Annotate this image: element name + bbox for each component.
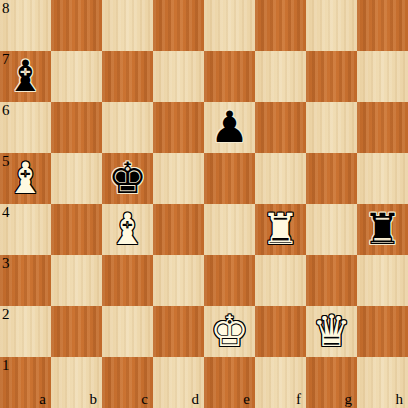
square-e1[interactable]: e — [204, 357, 255, 408]
square-c2[interactable] — [102, 306, 153, 357]
square-a8[interactable]: 8 — [0, 0, 51, 51]
square-c8[interactable] — [102, 0, 153, 51]
square-g4[interactable] — [306, 204, 357, 255]
square-b5[interactable] — [51, 153, 102, 204]
square-c5[interactable]: ♚ — [102, 153, 153, 204]
square-h7[interactable] — [357, 51, 408, 102]
rank-label-4: 4 — [2, 205, 10, 220]
square-g1[interactable]: g — [306, 357, 357, 408]
square-e4[interactable] — [204, 204, 255, 255]
square-g8[interactable] — [306, 0, 357, 51]
square-b8[interactable] — [51, 0, 102, 51]
square-h3[interactable] — [357, 255, 408, 306]
file-label-f: f — [296, 392, 301, 407]
square-a4[interactable]: 4 — [0, 204, 51, 255]
square-g5[interactable] — [306, 153, 357, 204]
file-label-e: e — [243, 392, 250, 407]
square-c3[interactable] — [102, 255, 153, 306]
square-e5[interactable] — [204, 153, 255, 204]
file-label-d: d — [192, 392, 200, 407]
file-label-g: g — [345, 392, 353, 407]
rank-label-1: 1 — [2, 358, 10, 373]
square-a5[interactable]: 5♝ — [0, 153, 51, 204]
square-h6[interactable] — [357, 102, 408, 153]
square-f7[interactable] — [255, 51, 306, 102]
white-king-e2: ♚ — [204, 306, 255, 357]
square-e7[interactable] — [204, 51, 255, 102]
square-b6[interactable] — [51, 102, 102, 153]
rank-label-6: 6 — [2, 103, 10, 118]
black-rook-h4: ♜ — [357, 204, 408, 255]
square-e6[interactable]: ♟ — [204, 102, 255, 153]
square-d8[interactable] — [153, 0, 204, 51]
square-g7[interactable] — [306, 51, 357, 102]
square-b1[interactable]: b — [51, 357, 102, 408]
square-a7[interactable]: 7♝ — [0, 51, 51, 102]
black-king-c5: ♚ — [102, 153, 153, 204]
square-c7[interactable] — [102, 51, 153, 102]
square-d6[interactable] — [153, 102, 204, 153]
square-h2[interactable] — [357, 306, 408, 357]
rank-label-5: 5 — [2, 154, 10, 169]
square-h4[interactable]: ♜ — [357, 204, 408, 255]
square-f3[interactable] — [255, 255, 306, 306]
square-h1[interactable]: h — [357, 357, 408, 408]
square-b2[interactable] — [51, 306, 102, 357]
square-a3[interactable]: 3 — [0, 255, 51, 306]
square-d7[interactable] — [153, 51, 204, 102]
square-d5[interactable] — [153, 153, 204, 204]
square-d2[interactable] — [153, 306, 204, 357]
square-d3[interactable] — [153, 255, 204, 306]
white-rook-f4: ♜ — [255, 204, 306, 255]
square-a6[interactable]: 6 — [0, 102, 51, 153]
rank-label-3: 3 — [2, 256, 10, 271]
square-a1[interactable]: 1a — [0, 357, 51, 408]
square-e8[interactable] — [204, 0, 255, 51]
square-f2[interactable] — [255, 306, 306, 357]
square-g6[interactable] — [306, 102, 357, 153]
white-queen-g2: ♛ — [306, 306, 357, 357]
square-f8[interactable] — [255, 0, 306, 51]
file-label-a: a — [39, 392, 46, 407]
rank-label-8: 8 — [2, 1, 10, 16]
square-h8[interactable] — [357, 0, 408, 51]
square-f6[interactable] — [255, 102, 306, 153]
square-f4[interactable]: ♜ — [255, 204, 306, 255]
file-label-b: b — [90, 392, 98, 407]
square-b7[interactable] — [51, 51, 102, 102]
chess-board: 87♝6♟5♝♚4♝♜♜32♚♛1abcdefgh — [0, 0, 408, 408]
square-d4[interactable] — [153, 204, 204, 255]
square-c6[interactable] — [102, 102, 153, 153]
square-a2[interactable]: 2 — [0, 306, 51, 357]
square-g2[interactable]: ♛ — [306, 306, 357, 357]
rank-label-7: 7 — [2, 52, 10, 67]
square-h5[interactable] — [357, 153, 408, 204]
square-b3[interactable] — [51, 255, 102, 306]
square-e3[interactable] — [204, 255, 255, 306]
white-bishop-c4: ♝ — [102, 204, 153, 255]
square-g3[interactable] — [306, 255, 357, 306]
square-c4[interactable]: ♝ — [102, 204, 153, 255]
square-f5[interactable] — [255, 153, 306, 204]
square-f1[interactable]: f — [255, 357, 306, 408]
square-e2[interactable]: ♚ — [204, 306, 255, 357]
file-label-c: c — [141, 392, 148, 407]
square-d1[interactable]: d — [153, 357, 204, 408]
rank-label-2: 2 — [2, 307, 10, 322]
black-pawn-e6: ♟ — [204, 102, 255, 153]
square-c1[interactable]: c — [102, 357, 153, 408]
square-b4[interactable] — [51, 204, 102, 255]
file-label-h: h — [396, 392, 404, 407]
